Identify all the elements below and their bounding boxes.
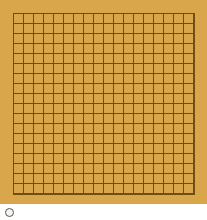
go-board[interactable]	[0, 0, 207, 204]
legend-stone	[5, 208, 14, 217]
board-grid	[13, 13, 195, 195]
move-legend	[0, 204, 207, 220]
